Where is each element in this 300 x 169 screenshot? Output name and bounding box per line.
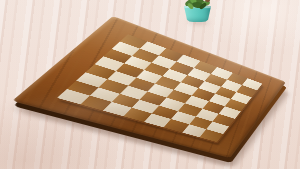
plant (182, 0, 214, 25)
scene-background (0, 0, 300, 169)
chessboard (12, 16, 286, 158)
plant-pot (184, 6, 211, 22)
